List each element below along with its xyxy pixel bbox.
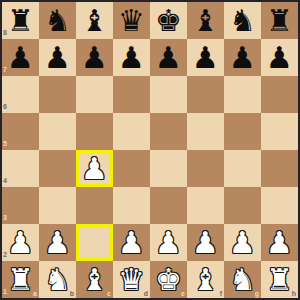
square-b4[interactable] xyxy=(39,150,76,187)
square-d7[interactable]: ♟ xyxy=(113,39,150,76)
square-a2[interactable]: ♟2 xyxy=(2,224,39,261)
square-f4[interactable] xyxy=(187,150,224,187)
square-h4[interactable] xyxy=(261,150,298,187)
rank-label-4: 4 xyxy=(3,177,7,184)
square-a3[interactable]: 3 xyxy=(2,187,39,224)
white-bishop[interactable]: ♝ xyxy=(81,261,108,298)
square-f2[interactable]: ♟ xyxy=(187,224,224,261)
square-g3[interactable] xyxy=(224,187,261,224)
black-pawn[interactable]: ♟ xyxy=(118,39,145,76)
square-g4[interactable] xyxy=(224,150,261,187)
square-d3[interactable] xyxy=(113,187,150,224)
square-b8[interactable]: ♞ xyxy=(39,2,76,39)
square-c5[interactable] xyxy=(76,113,113,150)
square-b7[interactable]: ♟ xyxy=(39,39,76,76)
square-b2[interactable]: ♟ xyxy=(39,224,76,261)
black-bishop[interactable]: ♝ xyxy=(192,2,219,39)
square-f6[interactable] xyxy=(187,76,224,113)
black-rook[interactable]: ♜ xyxy=(266,2,293,39)
square-f5[interactable] xyxy=(187,113,224,150)
square-d4[interactable] xyxy=(113,150,150,187)
square-c1[interactable]: ♝c xyxy=(76,261,113,298)
white-knight[interactable]: ♞ xyxy=(229,261,256,298)
square-a7[interactable]: ♟7 xyxy=(2,39,39,76)
square-e4[interactable] xyxy=(150,150,187,187)
square-a4[interactable]: 4 xyxy=(2,150,39,187)
black-king[interactable]: ♚ xyxy=(155,2,182,39)
white-queen[interactable]: ♛ xyxy=(118,261,145,298)
black-pawn[interactable]: ♟ xyxy=(192,39,219,76)
black-pawn[interactable]: ♟ xyxy=(266,39,293,76)
square-c7[interactable]: ♟ xyxy=(76,39,113,76)
white-pawn[interactable]: ♟ xyxy=(7,224,34,261)
square-e2[interactable]: ♟ xyxy=(150,224,187,261)
square-h3[interactable] xyxy=(261,187,298,224)
square-g2[interactable]: ♟ xyxy=(224,224,261,261)
black-queen[interactable]: ♛ xyxy=(118,2,145,39)
white-pawn[interactable]: ♟ xyxy=(192,224,219,261)
white-king[interactable]: ♚ xyxy=(155,261,182,298)
black-bishop[interactable]: ♝ xyxy=(81,2,108,39)
white-rook[interactable]: ♜ xyxy=(7,261,34,298)
square-g7[interactable]: ♟ xyxy=(224,39,261,76)
white-pawn[interactable]: ♟ xyxy=(155,224,182,261)
white-pawn[interactable]: ♟ xyxy=(266,224,293,261)
black-pawn[interactable]: ♟ xyxy=(44,39,71,76)
file-label-f: f xyxy=(220,290,222,297)
square-b1[interactable]: ♞b xyxy=(39,261,76,298)
white-bishop[interactable]: ♝ xyxy=(192,261,219,298)
square-c4[interactable]: ♟ xyxy=(76,150,113,187)
black-pawn[interactable]: ♟ xyxy=(7,39,34,76)
square-h2[interactable]: ♟ xyxy=(261,224,298,261)
square-d5[interactable] xyxy=(113,113,150,150)
square-a5[interactable]: 5 xyxy=(2,113,39,150)
rank-label-6: 6 xyxy=(3,103,7,110)
black-rook[interactable]: ♜ xyxy=(7,2,34,39)
black-knight[interactable]: ♞ xyxy=(44,2,71,39)
square-e5[interactable] xyxy=(150,113,187,150)
square-e8[interactable]: ♚ xyxy=(150,2,187,39)
square-c2[interactable] xyxy=(76,224,113,261)
square-e6[interactable] xyxy=(150,76,187,113)
white-pawn[interactable]: ♟ xyxy=(44,224,71,261)
square-h1[interactable]: ♜h xyxy=(261,261,298,298)
square-f3[interactable] xyxy=(187,187,224,224)
square-f7[interactable]: ♟ xyxy=(187,39,224,76)
square-e1[interactable]: ♚e xyxy=(150,261,187,298)
rank-label-3: 3 xyxy=(3,214,7,221)
square-d6[interactable] xyxy=(113,76,150,113)
white-pawn[interactable]: ♟ xyxy=(229,224,256,261)
square-d8[interactable]: ♛ xyxy=(113,2,150,39)
white-pawn[interactable]: ♟ xyxy=(118,224,145,261)
square-b3[interactable] xyxy=(39,187,76,224)
square-d1[interactable]: ♛d xyxy=(113,261,150,298)
square-g5[interactable] xyxy=(224,113,261,150)
chess-board: ♜8♞♝♛♚♝♞♜♟7♟♟♟♟♟♟♟654♟3♟2♟♟♟♟♟♟♜1a♞b♝c♛d… xyxy=(0,0,300,300)
white-pawn[interactable]: ♟ xyxy=(81,150,108,187)
square-g8[interactable]: ♞ xyxy=(224,2,261,39)
square-g1[interactable]: ♞g xyxy=(224,261,261,298)
black-pawn[interactable]: ♟ xyxy=(155,39,182,76)
square-b5[interactable] xyxy=(39,113,76,150)
square-a1[interactable]: ♜1a xyxy=(2,261,39,298)
square-h7[interactable]: ♟ xyxy=(261,39,298,76)
square-d2[interactable]: ♟ xyxy=(113,224,150,261)
square-h6[interactable] xyxy=(261,76,298,113)
square-f1[interactable]: ♝f xyxy=(187,261,224,298)
black-pawn[interactable]: ♟ xyxy=(81,39,108,76)
rank-label-5: 5 xyxy=(3,140,7,147)
square-e7[interactable]: ♟ xyxy=(150,39,187,76)
square-c8[interactable]: ♝ xyxy=(76,2,113,39)
square-f8[interactable]: ♝ xyxy=(187,2,224,39)
black-pawn[interactable]: ♟ xyxy=(229,39,256,76)
square-a8[interactable]: ♜8 xyxy=(2,2,39,39)
white-knight[interactable]: ♞ xyxy=(44,261,71,298)
square-c3[interactable] xyxy=(76,187,113,224)
square-h5[interactable] xyxy=(261,113,298,150)
black-knight[interactable]: ♞ xyxy=(229,2,256,39)
square-c6[interactable] xyxy=(76,76,113,113)
square-a6[interactable]: 6 xyxy=(2,76,39,113)
white-rook[interactable]: ♜ xyxy=(266,261,293,298)
square-g6[interactable] xyxy=(224,76,261,113)
square-b6[interactable] xyxy=(39,76,76,113)
square-e3[interactable] xyxy=(150,187,187,224)
square-h8[interactable]: ♜ xyxy=(261,2,298,39)
